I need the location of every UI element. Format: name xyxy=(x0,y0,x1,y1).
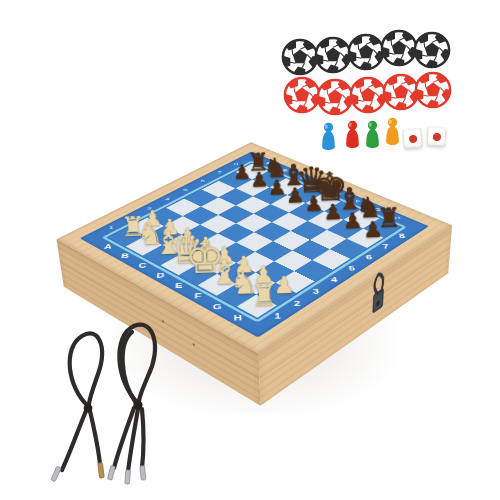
file-label-c: C xyxy=(135,262,149,270)
rank-label-3: 3 xyxy=(308,288,322,296)
rank-label-7: 7 xyxy=(378,243,392,250)
cord-left-tips xyxy=(51,463,104,482)
square-a5 xyxy=(184,190,218,207)
rank-label-4: 4 xyxy=(327,276,341,284)
ludo-pawn-red xyxy=(343,118,362,153)
ludo-pawn-orange xyxy=(383,115,402,150)
elastic-cords xyxy=(28,318,198,496)
football-disc-red xyxy=(414,71,452,109)
rank-label-2: 2 xyxy=(290,300,304,308)
rank-label-8: 8 xyxy=(395,233,409,240)
rank-label-far-1: 1 xyxy=(104,225,117,232)
rank-label-1: 1 xyxy=(270,313,284,322)
ludo-pawn-green xyxy=(363,118,382,153)
file-label-h: H xyxy=(230,314,244,323)
piece-black-pawn-a7: ♟ xyxy=(232,164,251,184)
square-d6 xyxy=(254,204,289,222)
piece-black-pawn-e7: ♟ xyxy=(304,195,324,216)
football-disc-black xyxy=(413,31,451,69)
cord-knot xyxy=(133,400,142,409)
piece-black-pawn-d7: ♟ xyxy=(285,187,304,207)
file-label-a: A xyxy=(101,243,115,250)
piece-black-pawn-b7: ♟ xyxy=(250,171,269,191)
piece-black-pawn-f7: ♟ xyxy=(323,203,343,224)
rank-label-5: 5 xyxy=(344,265,358,273)
file-label-b: B xyxy=(118,253,132,260)
file-label-g: G xyxy=(210,303,224,311)
die-pip xyxy=(432,132,441,141)
cord-left xyxy=(62,333,102,470)
cord-right xyxy=(114,325,155,472)
file-label-e: E xyxy=(172,282,186,290)
file-label-d: D xyxy=(153,272,167,280)
piece-black-pawn-h7: ♟ xyxy=(362,220,382,242)
die-pip xyxy=(408,134,417,143)
piece-white-rook-h1: ♜ xyxy=(250,281,278,310)
die-2 xyxy=(426,125,446,146)
file-label-f: F xyxy=(191,292,205,300)
piece-black-pawn-c7: ♟ xyxy=(267,179,286,199)
ludo-pawn-blue xyxy=(319,120,338,155)
rank-label-6: 6 xyxy=(362,254,376,261)
piece-black-pawn-g7: ♟ xyxy=(342,211,362,232)
cord-knot xyxy=(84,404,93,413)
rank-label-far-7: 7 xyxy=(214,170,225,176)
die-1 xyxy=(402,127,423,149)
rank-label-far-6: 6 xyxy=(197,178,209,184)
rank-label-far-5: 5 xyxy=(179,187,191,193)
product-photo: ♜♟♟♜♞♟♟♞♝♟♟♝♛♟♟♛♚♟♟♚♝♟♟♝♞♟♟♞♜♟♟♜ AABBCCD… xyxy=(0,0,500,500)
